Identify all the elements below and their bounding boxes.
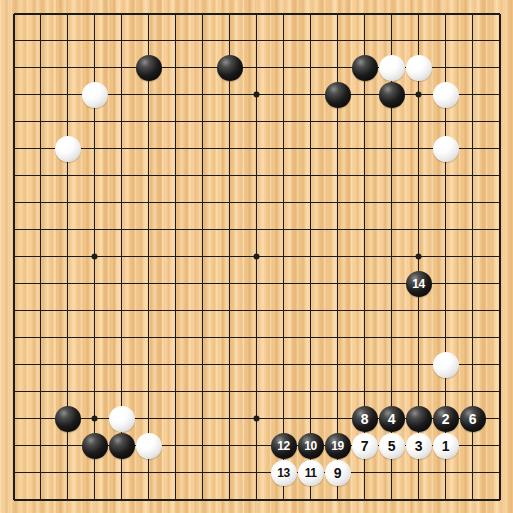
black-stone bbox=[55, 406, 81, 432]
black-stone-move-10: 10 bbox=[298, 433, 324, 459]
white-stone-move-7: 7 bbox=[352, 433, 378, 459]
move-number: 19 bbox=[331, 440, 343, 452]
star-point bbox=[254, 254, 260, 260]
move-number: 2 bbox=[442, 412, 449, 426]
black-stone bbox=[109, 433, 135, 459]
star-point bbox=[416, 254, 422, 260]
star-point bbox=[416, 92, 422, 98]
black-stone-move-8: 8 bbox=[352, 406, 378, 432]
go-board[interactable]: 148426121019753113119 bbox=[0, 0, 513, 513]
black-stone bbox=[352, 55, 378, 81]
black-stone bbox=[82, 433, 108, 459]
white-stone-move-5: 5 bbox=[379, 433, 405, 459]
star-point bbox=[92, 254, 98, 260]
white-stone-move-13: 13 bbox=[271, 460, 297, 486]
move-number: 8 bbox=[361, 412, 368, 426]
black-stone bbox=[379, 82, 405, 108]
black-stone-move-2: 2 bbox=[433, 406, 459, 432]
move-number: 14 bbox=[412, 278, 424, 290]
move-number: 9 bbox=[334, 466, 341, 480]
move-number: 10 bbox=[304, 440, 316, 452]
white-stone-move-11: 11 bbox=[298, 460, 324, 486]
white-stone bbox=[82, 82, 108, 108]
white-stone bbox=[55, 136, 81, 162]
move-number: 5 bbox=[388, 439, 395, 453]
black-stone-move-4: 4 bbox=[379, 406, 405, 432]
black-stone bbox=[406, 406, 432, 432]
white-stone bbox=[433, 82, 459, 108]
black-stone-move-19: 19 bbox=[325, 433, 351, 459]
move-number: 3 bbox=[415, 439, 422, 453]
black-stone-move-14: 14 bbox=[406, 271, 432, 297]
white-stone-move-9: 9 bbox=[325, 460, 351, 486]
white-stone bbox=[109, 406, 135, 432]
white-stone bbox=[433, 136, 459, 162]
star-point bbox=[254, 92, 260, 98]
move-number: 13 bbox=[277, 467, 289, 479]
star-point bbox=[254, 416, 260, 422]
move-number: 4 bbox=[388, 412, 395, 426]
black-stone-move-12: 12 bbox=[271, 433, 297, 459]
black-stone bbox=[136, 55, 162, 81]
white-stone bbox=[379, 55, 405, 81]
white-stone bbox=[406, 55, 432, 81]
white-stone bbox=[433, 352, 459, 378]
star-point bbox=[92, 416, 98, 422]
move-number: 11 bbox=[305, 467, 317, 479]
go-diagram: 148426121019753113119 bbox=[0, 0, 513, 513]
move-number: 1 bbox=[442, 439, 449, 453]
white-stone-move-3: 3 bbox=[406, 433, 432, 459]
black-stone-move-6: 6 bbox=[460, 406, 486, 432]
move-number: 7 bbox=[361, 439, 368, 453]
move-number: 12 bbox=[277, 440, 289, 452]
white-stone bbox=[136, 433, 162, 459]
white-stone-move-1: 1 bbox=[433, 433, 459, 459]
move-number: 6 bbox=[469, 412, 476, 426]
black-stone bbox=[325, 82, 351, 108]
black-stone bbox=[217, 55, 243, 81]
